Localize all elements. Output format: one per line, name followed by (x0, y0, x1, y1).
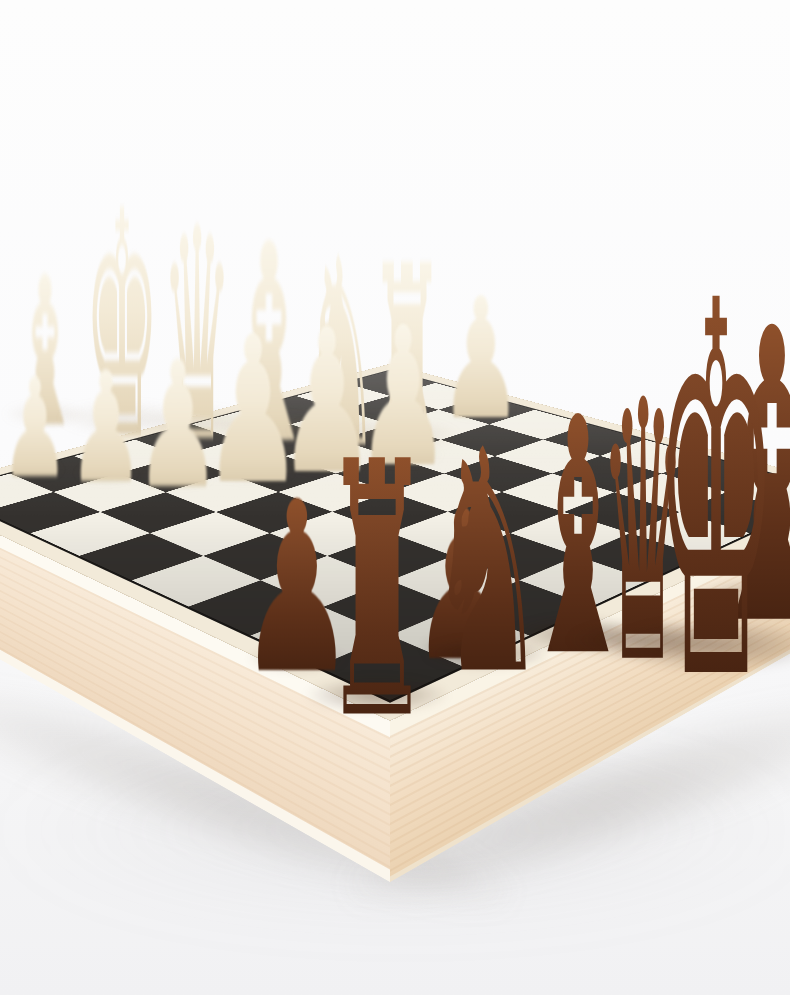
walnut-knight[interactable]: ♞ (426, 409, 547, 716)
cream-pawn[interactable]: ♟ (135, 338, 221, 513)
walnut-king[interactable]: ♚ (654, 236, 779, 751)
cream-pawn[interactable]: ♟ (1, 360, 69, 497)
pieces-layer: ♝♚♛♝♞♜♟♟♟♟♟♟♟♟♟♜♞♝♛♚♝ (0, 0, 790, 995)
walnut-rook[interactable]: ♜ (324, 416, 431, 767)
product-photo-scene: ♝♚♛♝♞♜♟♟♟♟♟♟♟♟♟♜♞♝♛♚♝ (0, 0, 790, 995)
cream-pawn[interactable]: ♟ (68, 352, 143, 505)
